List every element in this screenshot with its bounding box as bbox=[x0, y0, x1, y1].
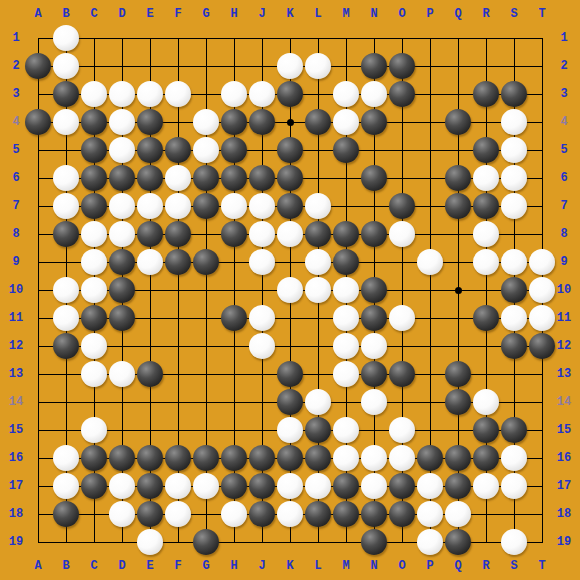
point-A5[interactable] bbox=[24, 136, 52, 164]
point-J15[interactable] bbox=[248, 416, 276, 444]
point-B4[interactable] bbox=[52, 108, 80, 136]
point-K3[interactable] bbox=[276, 80, 304, 108]
point-E14[interactable] bbox=[136, 388, 164, 416]
point-K14[interactable] bbox=[276, 388, 304, 416]
point-A19[interactable] bbox=[24, 528, 52, 556]
point-S18[interactable] bbox=[500, 500, 528, 528]
point-M15[interactable] bbox=[332, 416, 360, 444]
point-D10[interactable] bbox=[108, 276, 136, 304]
point-B14[interactable] bbox=[52, 388, 80, 416]
point-R4[interactable] bbox=[472, 108, 500, 136]
point-C14[interactable] bbox=[80, 388, 108, 416]
point-A6[interactable] bbox=[24, 164, 52, 192]
point-O7[interactable] bbox=[388, 192, 416, 220]
point-J8[interactable] bbox=[248, 220, 276, 248]
point-E18[interactable] bbox=[136, 500, 164, 528]
point-R7[interactable] bbox=[472, 192, 500, 220]
point-M6[interactable] bbox=[332, 164, 360, 192]
point-N3[interactable] bbox=[360, 80, 388, 108]
point-S6[interactable] bbox=[500, 164, 528, 192]
point-N15[interactable] bbox=[360, 416, 388, 444]
point-K4[interactable] bbox=[276, 108, 304, 136]
point-H10[interactable] bbox=[220, 276, 248, 304]
point-G13[interactable] bbox=[192, 360, 220, 388]
point-O10[interactable] bbox=[388, 276, 416, 304]
point-K19[interactable] bbox=[276, 528, 304, 556]
point-E5[interactable] bbox=[136, 136, 164, 164]
point-H4[interactable] bbox=[220, 108, 248, 136]
point-C16[interactable] bbox=[80, 444, 108, 472]
point-M19[interactable] bbox=[332, 528, 360, 556]
point-J10[interactable] bbox=[248, 276, 276, 304]
point-H16[interactable] bbox=[220, 444, 248, 472]
point-A10[interactable] bbox=[24, 276, 52, 304]
point-M5[interactable] bbox=[332, 136, 360, 164]
point-H7[interactable] bbox=[220, 192, 248, 220]
point-B3[interactable] bbox=[52, 80, 80, 108]
point-S11[interactable] bbox=[500, 304, 528, 332]
point-Q17[interactable] bbox=[444, 472, 472, 500]
point-L3[interactable] bbox=[304, 80, 332, 108]
point-E9[interactable] bbox=[136, 248, 164, 276]
point-K10[interactable] bbox=[276, 276, 304, 304]
point-M4[interactable] bbox=[332, 108, 360, 136]
point-C13[interactable] bbox=[80, 360, 108, 388]
point-A11[interactable] bbox=[24, 304, 52, 332]
point-N6[interactable] bbox=[360, 164, 388, 192]
point-D7[interactable] bbox=[108, 192, 136, 220]
point-G19[interactable] bbox=[192, 528, 220, 556]
point-S3[interactable] bbox=[500, 80, 528, 108]
point-K9[interactable] bbox=[276, 248, 304, 276]
point-J1[interactable] bbox=[248, 24, 276, 52]
point-C6[interactable] bbox=[80, 164, 108, 192]
point-P3[interactable] bbox=[416, 80, 444, 108]
point-E17[interactable] bbox=[136, 472, 164, 500]
point-R14[interactable] bbox=[472, 388, 500, 416]
point-O5[interactable] bbox=[388, 136, 416, 164]
point-L12[interactable] bbox=[304, 332, 332, 360]
point-N16[interactable] bbox=[360, 444, 388, 472]
point-O9[interactable] bbox=[388, 248, 416, 276]
point-P13[interactable] bbox=[416, 360, 444, 388]
point-F12[interactable] bbox=[164, 332, 192, 360]
point-H3[interactable] bbox=[220, 80, 248, 108]
point-F14[interactable] bbox=[164, 388, 192, 416]
point-E19[interactable] bbox=[136, 528, 164, 556]
point-G17[interactable] bbox=[192, 472, 220, 500]
point-G11[interactable] bbox=[192, 304, 220, 332]
point-E1[interactable] bbox=[136, 24, 164, 52]
point-S5[interactable] bbox=[500, 136, 528, 164]
point-J7[interactable] bbox=[248, 192, 276, 220]
point-P4[interactable] bbox=[416, 108, 444, 136]
point-K6[interactable] bbox=[276, 164, 304, 192]
point-G1[interactable] bbox=[192, 24, 220, 52]
point-R15[interactable] bbox=[472, 416, 500, 444]
point-H17[interactable] bbox=[220, 472, 248, 500]
point-L8[interactable] bbox=[304, 220, 332, 248]
point-H13[interactable] bbox=[220, 360, 248, 388]
point-F15[interactable] bbox=[164, 416, 192, 444]
point-R18[interactable] bbox=[472, 500, 500, 528]
point-J5[interactable] bbox=[248, 136, 276, 164]
point-M13[interactable] bbox=[332, 360, 360, 388]
point-B9[interactable] bbox=[52, 248, 80, 276]
point-H11[interactable] bbox=[220, 304, 248, 332]
point-D1[interactable] bbox=[108, 24, 136, 52]
point-B10[interactable] bbox=[52, 276, 80, 304]
point-M3[interactable] bbox=[332, 80, 360, 108]
point-E11[interactable] bbox=[136, 304, 164, 332]
point-K16[interactable] bbox=[276, 444, 304, 472]
go-board[interactable] bbox=[0, 0, 580, 580]
point-E3[interactable] bbox=[136, 80, 164, 108]
point-L19[interactable] bbox=[304, 528, 332, 556]
point-L1[interactable] bbox=[304, 24, 332, 52]
point-D17[interactable] bbox=[108, 472, 136, 500]
point-R9[interactable] bbox=[472, 248, 500, 276]
point-P18[interactable] bbox=[416, 500, 444, 528]
point-J2[interactable] bbox=[248, 52, 276, 80]
point-M1[interactable] bbox=[332, 24, 360, 52]
point-H14[interactable] bbox=[220, 388, 248, 416]
point-K12[interactable] bbox=[276, 332, 304, 360]
point-M10[interactable] bbox=[332, 276, 360, 304]
point-M17[interactable] bbox=[332, 472, 360, 500]
point-J14[interactable] bbox=[248, 388, 276, 416]
point-S9[interactable] bbox=[500, 248, 528, 276]
point-Q9[interactable] bbox=[444, 248, 472, 276]
point-R3[interactable] bbox=[472, 80, 500, 108]
point-K17[interactable] bbox=[276, 472, 304, 500]
point-N17[interactable] bbox=[360, 472, 388, 500]
point-L18[interactable] bbox=[304, 500, 332, 528]
point-F11[interactable] bbox=[164, 304, 192, 332]
point-M18[interactable] bbox=[332, 500, 360, 528]
point-O8[interactable] bbox=[388, 220, 416, 248]
point-O15[interactable] bbox=[388, 416, 416, 444]
point-K2[interactable] bbox=[276, 52, 304, 80]
point-G6[interactable] bbox=[192, 164, 220, 192]
point-C15[interactable] bbox=[80, 416, 108, 444]
point-D4[interactable] bbox=[108, 108, 136, 136]
point-G5[interactable] bbox=[192, 136, 220, 164]
point-R17[interactable] bbox=[472, 472, 500, 500]
point-O19[interactable] bbox=[388, 528, 416, 556]
point-S17[interactable] bbox=[500, 472, 528, 500]
point-S12[interactable] bbox=[500, 332, 528, 360]
point-M12[interactable] bbox=[332, 332, 360, 360]
point-P8[interactable] bbox=[416, 220, 444, 248]
point-O14[interactable] bbox=[388, 388, 416, 416]
point-L9[interactable] bbox=[304, 248, 332, 276]
point-B5[interactable] bbox=[52, 136, 80, 164]
point-D6[interactable] bbox=[108, 164, 136, 192]
point-F10[interactable] bbox=[164, 276, 192, 304]
point-Q11[interactable] bbox=[444, 304, 472, 332]
point-E13[interactable] bbox=[136, 360, 164, 388]
point-B1[interactable] bbox=[52, 24, 80, 52]
point-J18[interactable] bbox=[248, 500, 276, 528]
point-Q4[interactable] bbox=[444, 108, 472, 136]
point-H6[interactable] bbox=[220, 164, 248, 192]
point-C5[interactable] bbox=[80, 136, 108, 164]
point-F18[interactable] bbox=[164, 500, 192, 528]
point-G15[interactable] bbox=[192, 416, 220, 444]
point-S7[interactable] bbox=[500, 192, 528, 220]
point-N4[interactable] bbox=[360, 108, 388, 136]
point-N13[interactable] bbox=[360, 360, 388, 388]
point-L10[interactable] bbox=[304, 276, 332, 304]
point-R11[interactable] bbox=[472, 304, 500, 332]
point-Q2[interactable] bbox=[444, 52, 472, 80]
point-L5[interactable] bbox=[304, 136, 332, 164]
point-L11[interactable] bbox=[304, 304, 332, 332]
point-A2[interactable] bbox=[24, 52, 52, 80]
point-Q15[interactable] bbox=[444, 416, 472, 444]
point-P1[interactable] bbox=[416, 24, 444, 52]
point-F19[interactable] bbox=[164, 528, 192, 556]
point-A8[interactable] bbox=[24, 220, 52, 248]
point-Q8[interactable] bbox=[444, 220, 472, 248]
point-C19[interactable] bbox=[80, 528, 108, 556]
point-G10[interactable] bbox=[192, 276, 220, 304]
point-S1[interactable] bbox=[500, 24, 528, 52]
point-F2[interactable] bbox=[164, 52, 192, 80]
point-S13[interactable] bbox=[500, 360, 528, 388]
point-C17[interactable] bbox=[80, 472, 108, 500]
point-K11[interactable] bbox=[276, 304, 304, 332]
point-D3[interactable] bbox=[108, 80, 136, 108]
point-A1[interactable] bbox=[24, 24, 52, 52]
point-P9[interactable] bbox=[416, 248, 444, 276]
point-E7[interactable] bbox=[136, 192, 164, 220]
point-P6[interactable] bbox=[416, 164, 444, 192]
point-R16[interactable] bbox=[472, 444, 500, 472]
point-L15[interactable] bbox=[304, 416, 332, 444]
point-F5[interactable] bbox=[164, 136, 192, 164]
point-H15[interactable] bbox=[220, 416, 248, 444]
point-S2[interactable] bbox=[500, 52, 528, 80]
point-F3[interactable] bbox=[164, 80, 192, 108]
point-F13[interactable] bbox=[164, 360, 192, 388]
point-Q14[interactable] bbox=[444, 388, 472, 416]
point-A15[interactable] bbox=[24, 416, 52, 444]
point-N8[interactable] bbox=[360, 220, 388, 248]
point-L2[interactable] bbox=[304, 52, 332, 80]
point-R5[interactable] bbox=[472, 136, 500, 164]
point-L6[interactable] bbox=[304, 164, 332, 192]
point-L4[interactable] bbox=[304, 108, 332, 136]
point-Q7[interactable] bbox=[444, 192, 472, 220]
point-F9[interactable] bbox=[164, 248, 192, 276]
point-S16[interactable] bbox=[500, 444, 528, 472]
point-H9[interactable] bbox=[220, 248, 248, 276]
point-A18[interactable] bbox=[24, 500, 52, 528]
point-E2[interactable] bbox=[136, 52, 164, 80]
point-J4[interactable] bbox=[248, 108, 276, 136]
point-S4[interactable] bbox=[500, 108, 528, 136]
point-G4[interactable] bbox=[192, 108, 220, 136]
point-Q6[interactable] bbox=[444, 164, 472, 192]
point-D15[interactable] bbox=[108, 416, 136, 444]
point-H1[interactable] bbox=[220, 24, 248, 52]
point-F17[interactable] bbox=[164, 472, 192, 500]
point-J13[interactable] bbox=[248, 360, 276, 388]
point-N5[interactable] bbox=[360, 136, 388, 164]
point-C8[interactable] bbox=[80, 220, 108, 248]
point-K15[interactable] bbox=[276, 416, 304, 444]
point-O11[interactable] bbox=[388, 304, 416, 332]
point-B12[interactable] bbox=[52, 332, 80, 360]
point-N18[interactable] bbox=[360, 500, 388, 528]
point-O18[interactable] bbox=[388, 500, 416, 528]
point-C9[interactable] bbox=[80, 248, 108, 276]
point-Q13[interactable] bbox=[444, 360, 472, 388]
point-P10[interactable] bbox=[416, 276, 444, 304]
point-E6[interactable] bbox=[136, 164, 164, 192]
point-Q19[interactable] bbox=[444, 528, 472, 556]
point-Q5[interactable] bbox=[444, 136, 472, 164]
point-D12[interactable] bbox=[108, 332, 136, 360]
point-F4[interactable] bbox=[164, 108, 192, 136]
point-M11[interactable] bbox=[332, 304, 360, 332]
point-P12[interactable] bbox=[416, 332, 444, 360]
point-Q10[interactable] bbox=[444, 276, 472, 304]
point-S15[interactable] bbox=[500, 416, 528, 444]
point-A14[interactable] bbox=[24, 388, 52, 416]
point-N11[interactable] bbox=[360, 304, 388, 332]
point-G16[interactable] bbox=[192, 444, 220, 472]
point-B15[interactable] bbox=[52, 416, 80, 444]
point-Q3[interactable] bbox=[444, 80, 472, 108]
point-R2[interactable] bbox=[472, 52, 500, 80]
point-J17[interactable] bbox=[248, 472, 276, 500]
point-D13[interactable] bbox=[108, 360, 136, 388]
point-R10[interactable] bbox=[472, 276, 500, 304]
point-O3[interactable] bbox=[388, 80, 416, 108]
point-N19[interactable] bbox=[360, 528, 388, 556]
point-P7[interactable] bbox=[416, 192, 444, 220]
point-O4[interactable] bbox=[388, 108, 416, 136]
point-B2[interactable] bbox=[52, 52, 80, 80]
point-K13[interactable] bbox=[276, 360, 304, 388]
point-C1[interactable] bbox=[80, 24, 108, 52]
point-B7[interactable] bbox=[52, 192, 80, 220]
point-D18[interactable] bbox=[108, 500, 136, 528]
point-G2[interactable] bbox=[192, 52, 220, 80]
point-O13[interactable] bbox=[388, 360, 416, 388]
point-O2[interactable] bbox=[388, 52, 416, 80]
point-K5[interactable] bbox=[276, 136, 304, 164]
point-G7[interactable] bbox=[192, 192, 220, 220]
point-O16[interactable] bbox=[388, 444, 416, 472]
point-L16[interactable] bbox=[304, 444, 332, 472]
point-C4[interactable] bbox=[80, 108, 108, 136]
point-N10[interactable] bbox=[360, 276, 388, 304]
point-O1[interactable] bbox=[388, 24, 416, 52]
point-B13[interactable] bbox=[52, 360, 80, 388]
point-K7[interactable] bbox=[276, 192, 304, 220]
point-G8[interactable] bbox=[192, 220, 220, 248]
point-E10[interactable] bbox=[136, 276, 164, 304]
point-B17[interactable] bbox=[52, 472, 80, 500]
point-R1[interactable] bbox=[472, 24, 500, 52]
point-P5[interactable] bbox=[416, 136, 444, 164]
point-C18[interactable] bbox=[80, 500, 108, 528]
point-H2[interactable] bbox=[220, 52, 248, 80]
point-A16[interactable] bbox=[24, 444, 52, 472]
point-O17[interactable] bbox=[388, 472, 416, 500]
point-P15[interactable] bbox=[416, 416, 444, 444]
point-Q1[interactable] bbox=[444, 24, 472, 52]
point-P16[interactable] bbox=[416, 444, 444, 472]
point-A3[interactable] bbox=[24, 80, 52, 108]
point-A17[interactable] bbox=[24, 472, 52, 500]
point-M2[interactable] bbox=[332, 52, 360, 80]
point-O12[interactable] bbox=[388, 332, 416, 360]
point-A7[interactable] bbox=[24, 192, 52, 220]
point-P2[interactable] bbox=[416, 52, 444, 80]
point-F7[interactable] bbox=[164, 192, 192, 220]
point-G12[interactable] bbox=[192, 332, 220, 360]
point-P19[interactable] bbox=[416, 528, 444, 556]
point-E8[interactable] bbox=[136, 220, 164, 248]
point-R19[interactable] bbox=[472, 528, 500, 556]
point-D11[interactable] bbox=[108, 304, 136, 332]
point-C7[interactable] bbox=[80, 192, 108, 220]
point-C11[interactable] bbox=[80, 304, 108, 332]
point-L13[interactable] bbox=[304, 360, 332, 388]
point-G3[interactable] bbox=[192, 80, 220, 108]
point-B19[interactable] bbox=[52, 528, 80, 556]
point-R6[interactable] bbox=[472, 164, 500, 192]
point-P11[interactable] bbox=[416, 304, 444, 332]
point-D8[interactable] bbox=[108, 220, 136, 248]
point-S14[interactable] bbox=[500, 388, 528, 416]
point-H5[interactable] bbox=[220, 136, 248, 164]
point-N7[interactable] bbox=[360, 192, 388, 220]
point-D14[interactable] bbox=[108, 388, 136, 416]
point-D19[interactable] bbox=[108, 528, 136, 556]
point-H8[interactable] bbox=[220, 220, 248, 248]
point-R13[interactable] bbox=[472, 360, 500, 388]
point-G14[interactable] bbox=[192, 388, 220, 416]
point-C10[interactable] bbox=[80, 276, 108, 304]
point-B18[interactable] bbox=[52, 500, 80, 528]
point-C2[interactable] bbox=[80, 52, 108, 80]
point-H18[interactable] bbox=[220, 500, 248, 528]
point-S19[interactable] bbox=[500, 528, 528, 556]
point-K18[interactable] bbox=[276, 500, 304, 528]
point-B8[interactable] bbox=[52, 220, 80, 248]
point-B11[interactable] bbox=[52, 304, 80, 332]
point-C12[interactable] bbox=[80, 332, 108, 360]
point-D5[interactable] bbox=[108, 136, 136, 164]
point-J19[interactable] bbox=[248, 528, 276, 556]
point-J6[interactable] bbox=[248, 164, 276, 192]
point-K8[interactable] bbox=[276, 220, 304, 248]
point-P14[interactable] bbox=[416, 388, 444, 416]
point-F1[interactable] bbox=[164, 24, 192, 52]
point-A9[interactable] bbox=[24, 248, 52, 276]
point-E12[interactable] bbox=[136, 332, 164, 360]
point-A12[interactable] bbox=[24, 332, 52, 360]
point-G18[interactable] bbox=[192, 500, 220, 528]
point-R8[interactable] bbox=[472, 220, 500, 248]
point-Q16[interactable] bbox=[444, 444, 472, 472]
